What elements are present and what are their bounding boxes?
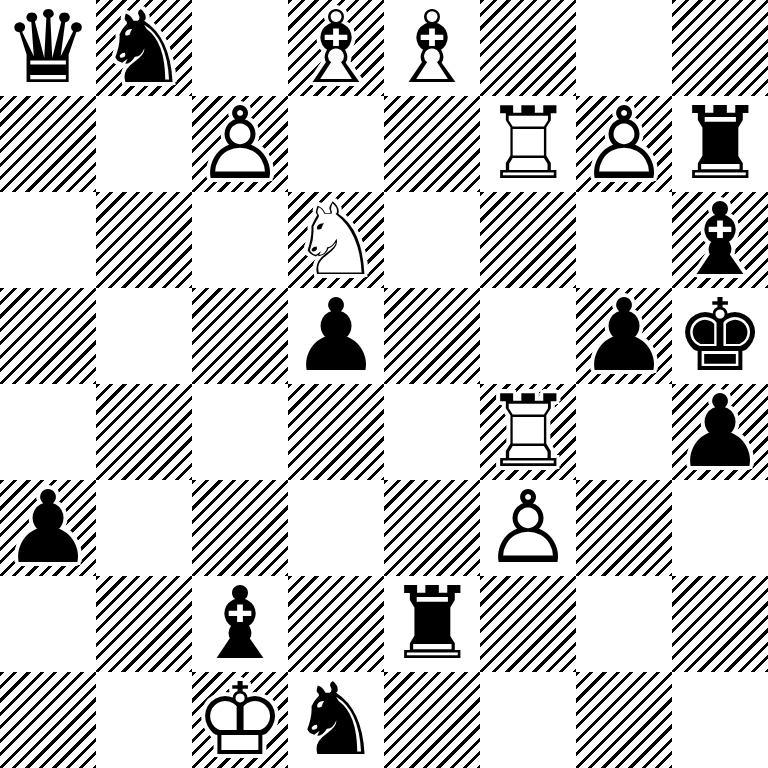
black-rook-glyph: ♜ (384, 576, 480, 672)
black-pawn-glyph: ♟ (288, 288, 384, 384)
black-knight-glyph: ♞ (96, 0, 192, 96)
square-h1[interactable] (672, 672, 768, 768)
black-queen: ♛♛ (0, 0, 96, 96)
square-e7[interactable] (384, 96, 480, 192)
square-g8[interactable] (576, 0, 672, 96)
black-knight-glyph: ♞ (288, 672, 384, 768)
black-pawn-glyph: ♟ (672, 384, 768, 480)
black-pawn: ♟♟ (672, 384, 768, 480)
white-bishop: ♝♗ (288, 0, 384, 96)
square-b8[interactable]: ♞♞ (96, 0, 192, 96)
black-rook-glyph: ♜ (672, 96, 768, 192)
square-a8[interactable]: ♛♛ (0, 0, 96, 96)
square-e2[interactable]: ♜♜ (384, 576, 480, 672)
square-e6[interactable] (384, 192, 480, 288)
white-rook-glyph: ♖ (480, 384, 576, 480)
square-f8[interactable] (480, 0, 576, 96)
black-pawn-glyph: ♟ (0, 480, 96, 576)
square-g7[interactable]: ♟♙ (576, 96, 672, 192)
square-g1[interactable] (576, 672, 672, 768)
square-c6[interactable] (192, 192, 288, 288)
white-rook-glyph: ♖ (480, 96, 576, 192)
square-d6[interactable]: ♞♘ (288, 192, 384, 288)
square-c4[interactable] (192, 384, 288, 480)
square-f4[interactable]: ♜♖ (480, 384, 576, 480)
square-d5[interactable]: ♟♟ (288, 288, 384, 384)
square-g6[interactable] (576, 192, 672, 288)
white-bishop-glyph: ♗ (384, 0, 480, 96)
black-rook: ♜♜ (384, 576, 480, 672)
white-pawn: ♟♙ (480, 480, 576, 576)
black-queen-glyph: ♛ (0, 0, 96, 96)
square-d4[interactable] (288, 384, 384, 480)
square-h5[interactable]: ♚♚ (672, 288, 768, 384)
square-b7[interactable] (96, 96, 192, 192)
square-d1[interactable]: ♞♞ (288, 672, 384, 768)
square-e4[interactable] (384, 384, 480, 480)
square-g5[interactable]: ♟♟ (576, 288, 672, 384)
square-f7[interactable]: ♜♖ (480, 96, 576, 192)
black-knight: ♞♞ (288, 672, 384, 768)
white-rook: ♜♖ (480, 96, 576, 192)
square-b2[interactable] (96, 576, 192, 672)
square-f5[interactable] (480, 288, 576, 384)
white-knight: ♞♘ (288, 192, 384, 288)
square-g2[interactable] (576, 576, 672, 672)
black-bishop: ♝♝ (672, 192, 768, 288)
square-a4[interactable] (0, 384, 96, 480)
square-d3[interactable] (288, 480, 384, 576)
square-b4[interactable] (96, 384, 192, 480)
square-g3[interactable] (576, 480, 672, 576)
square-c8[interactable] (192, 0, 288, 96)
square-h4[interactable]: ♟♟ (672, 384, 768, 480)
white-pawn-glyph: ♙ (192, 96, 288, 192)
square-a5[interactable] (0, 288, 96, 384)
white-king: ♚♔ (192, 672, 288, 768)
black-pawn-glyph: ♟ (576, 288, 672, 384)
square-h7[interactable]: ♜♜ (672, 96, 768, 192)
black-king-glyph: ♚ (672, 288, 768, 384)
square-c1[interactable]: ♚♔ (192, 672, 288, 768)
square-f6[interactable] (480, 192, 576, 288)
white-bishop: ♝♗ (384, 0, 480, 96)
black-bishop-glyph: ♝ (672, 192, 768, 288)
square-f1[interactable] (480, 672, 576, 768)
square-a1[interactable] (0, 672, 96, 768)
square-b6[interactable] (96, 192, 192, 288)
square-h3[interactable] (672, 480, 768, 576)
black-knight: ♞♞ (96, 0, 192, 96)
white-king-glyph: ♔ (192, 672, 288, 768)
square-e1[interactable] (384, 672, 480, 768)
square-a6[interactable] (0, 192, 96, 288)
square-a3[interactable]: ♟♟ (0, 480, 96, 576)
white-pawn-glyph: ♙ (576, 96, 672, 192)
square-d8[interactable]: ♝♗ (288, 0, 384, 96)
chess-board: ♛♛♞♞♝♗♝♗♟♙♜♖♟♙♜♜♞♘♝♝♟♟♟♟♚♚♜♖♟♟♟♟♟♙♝♝♜♜♚♔… (0, 0, 768, 768)
square-e3[interactable] (384, 480, 480, 576)
square-c3[interactable] (192, 480, 288, 576)
black-pawn: ♟♟ (576, 288, 672, 384)
square-d7[interactable] (288, 96, 384, 192)
square-d2[interactable] (288, 576, 384, 672)
black-bishop: ♝♝ (192, 576, 288, 672)
square-a2[interactable] (0, 576, 96, 672)
square-f3[interactable]: ♟♙ (480, 480, 576, 576)
black-rook: ♜♜ (672, 96, 768, 192)
square-e8[interactable]: ♝♗ (384, 0, 480, 96)
white-knight-glyph: ♘ (288, 192, 384, 288)
square-f2[interactable] (480, 576, 576, 672)
white-pawn: ♟♙ (576, 96, 672, 192)
square-c7[interactable]: ♟♙ (192, 96, 288, 192)
square-a7[interactable] (0, 96, 96, 192)
black-king: ♚♚ (672, 288, 768, 384)
square-g4[interactable] (576, 384, 672, 480)
square-c5[interactable] (192, 288, 288, 384)
square-b5[interactable] (96, 288, 192, 384)
square-e5[interactable] (384, 288, 480, 384)
square-h6[interactable]: ♝♝ (672, 192, 768, 288)
white-rook: ♜♖ (480, 384, 576, 480)
square-h8[interactable] (672, 0, 768, 96)
square-b3[interactable] (96, 480, 192, 576)
white-pawn-glyph: ♙ (480, 480, 576, 576)
square-b1[interactable] (96, 672, 192, 768)
square-h2[interactable] (672, 576, 768, 672)
black-pawn: ♟♟ (0, 480, 96, 576)
black-bishop-glyph: ♝ (192, 576, 288, 672)
black-pawn: ♟♟ (288, 288, 384, 384)
white-bishop-glyph: ♗ (288, 0, 384, 96)
white-pawn: ♟♙ (192, 96, 288, 192)
square-c2[interactable]: ♝♝ (192, 576, 288, 672)
